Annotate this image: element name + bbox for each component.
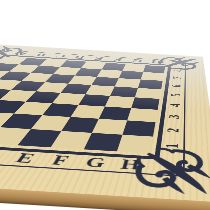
- distance-haze-overlay: [0, 44, 210, 203]
- board-face: ABCDEFGH ABCDEFGH 87654321 87654321: [0, 44, 210, 203]
- photo-stage: ABCDEFGH ABCDEFGH 87654321 87654321: [0, 0, 210, 210]
- chessboard: ABCDEFGH ABCDEFGH 87654321 87654321: [0, 44, 210, 210]
- board-tilt-wrapper: ABCDEFGH ABCDEFGH 87654321 87654321: [0, 0, 210, 210]
